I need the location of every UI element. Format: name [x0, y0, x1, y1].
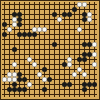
white-stone	[67, 62, 72, 67]
white-stone	[37, 72, 42, 77]
white-stone	[92, 62, 97, 67]
black-stone	[47, 77, 52, 82]
black-stone	[52, 12, 57, 17]
white-stone	[77, 27, 82, 32]
white-stone	[82, 2, 87, 7]
white-stone	[57, 17, 62, 22]
white-stone	[87, 17, 92, 22]
go-board[interactable]	[0, 0, 100, 100]
black-stone	[67, 82, 72, 87]
black-stone	[32, 32, 37, 37]
black-stone	[82, 57, 87, 62]
black-stone	[22, 77, 27, 82]
white-stone	[27, 82, 32, 87]
black-stone	[72, 7, 77, 12]
black-stone	[67, 12, 72, 17]
white-stone	[27, 57, 32, 62]
white-stone	[92, 52, 97, 57]
white-stone	[12, 62, 17, 67]
black-stone	[82, 87, 87, 92]
white-stone	[32, 62, 37, 67]
black-stone	[22, 87, 27, 92]
go-grid[interactable]	[2, 2, 97, 97]
white-stone	[92, 42, 97, 47]
black-stone	[12, 47, 17, 52]
black-stone	[92, 82, 97, 87]
black-stone	[42, 87, 47, 92]
white-stone	[82, 72, 87, 77]
black-stone	[2, 32, 7, 37]
black-stone	[42, 67, 47, 72]
white-stone	[77, 67, 82, 72]
white-stone	[42, 27, 47, 32]
black-stone	[52, 42, 57, 47]
white-stone	[7, 27, 12, 32]
black-stone	[2, 22, 7, 27]
black-stone	[17, 22, 22, 27]
white-stone	[72, 72, 77, 77]
